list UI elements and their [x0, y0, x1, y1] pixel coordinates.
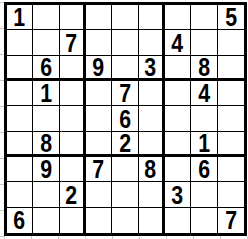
cell-r6c4[interactable] [86, 132, 112, 157]
given-digit: 3 [172, 182, 184, 207]
cell-r9c1[interactable]: 6 [7, 208, 33, 233]
cell-r2c3[interactable]: 7 [60, 30, 86, 55]
cell-r2c1[interactable] [7, 30, 33, 55]
cell-r9c3[interactable] [60, 208, 86, 233]
cell-r9c7[interactable] [165, 208, 191, 233]
cell-r8c3[interactable]: 2 [60, 182, 86, 207]
given-digit: 6 [40, 56, 52, 80]
cell-r2c4[interactable] [86, 30, 112, 55]
cell-r5c5[interactable]: 6 [112, 106, 138, 131]
cell-r7c5[interactable] [112, 157, 138, 182]
cell-r6c2[interactable]: 8 [33, 132, 59, 157]
cell-r7c8[interactable]: 6 [191, 157, 217, 182]
cell-r1c5[interactable] [112, 5, 138, 30]
cell-r2c9[interactable] [218, 30, 244, 55]
margin-tick [139, 236, 140, 239]
cell-r8c8[interactable] [191, 182, 217, 207]
cell-r2c7[interactable]: 4 [165, 30, 191, 55]
given-digit: 9 [93, 56, 105, 80]
cell-r7c7[interactable] [165, 157, 191, 182]
cell-r2c2[interactable] [33, 30, 59, 55]
cell-r9c4[interactable] [86, 208, 112, 233]
cell-r4c7[interactable] [165, 81, 191, 106]
cell-r2c6[interactable] [139, 30, 165, 55]
given-digit: 2 [119, 132, 131, 156]
given-digit: 6 [119, 106, 131, 131]
cell-r4c9[interactable] [218, 81, 244, 106]
given-digit: 5 [225, 5, 237, 30]
margin-tick [85, 236, 86, 239]
cell-r4c2[interactable]: 1 [33, 81, 59, 106]
given-digit: 8 [40, 132, 52, 156]
cell-r5c2[interactable] [33, 106, 59, 131]
cell-r3c4[interactable]: 9 [86, 56, 112, 81]
cell-r1c1[interactable]: 1 [7, 5, 33, 30]
margin-tick [0, 80, 4, 81]
given-digit: 9 [40, 157, 52, 182]
cell-r4c3[interactable] [60, 81, 86, 106]
given-digit: 8 [144, 157, 156, 182]
cell-r1c9[interactable]: 5 [218, 5, 244, 30]
cell-r1c6[interactable] [139, 5, 165, 30]
given-digit: 1 [198, 132, 210, 156]
cell-r4c8[interactable]: 4 [191, 81, 217, 106]
cell-r7c2[interactable]: 9 [33, 157, 59, 182]
cell-r9c9[interactable]: 7 [218, 208, 244, 233]
cell-r6c1[interactable] [7, 132, 33, 157]
cell-r7c1[interactable] [7, 157, 33, 182]
given-digit: 6 [14, 208, 26, 233]
cell-r3c8[interactable]: 8 [191, 56, 217, 81]
given-digit: 8 [198, 56, 210, 80]
cell-r5c6[interactable] [139, 106, 165, 131]
cell-r3c3[interactable] [60, 56, 86, 81]
margin-tick [58, 236, 59, 239]
sudoku-puzzle: 15746938174682197862367 [0, 0, 248, 239]
margin-tick [193, 236, 194, 239]
margin-tick [4, 236, 5, 239]
cell-r5c7[interactable] [165, 106, 191, 131]
cell-r6c7[interactable] [165, 132, 191, 157]
cell-r5c1[interactable] [7, 106, 33, 131]
cell-r3c1[interactable] [7, 56, 33, 81]
given-digit: 4 [172, 30, 184, 55]
cell-r9c6[interactable] [139, 208, 165, 233]
cell-r8c6[interactable] [139, 182, 165, 207]
given-digit: 3 [144, 56, 156, 80]
given-digit: 7 [225, 208, 237, 233]
cell-r4c4[interactable] [86, 81, 112, 106]
cell-r1c2[interactable] [33, 5, 59, 30]
cell-r6c6[interactable] [139, 132, 165, 157]
cell-r8c7[interactable]: 3 [165, 182, 191, 207]
cell-r4c6[interactable] [139, 81, 165, 106]
cell-r6c9[interactable] [218, 132, 244, 157]
given-digit: 6 [198, 157, 210, 182]
margin-tick [0, 210, 4, 211]
cell-r8c2[interactable] [33, 182, 59, 207]
margin-tick [247, 236, 248, 239]
sudoku-board: 15746938174682197862367 [4, 2, 247, 236]
margin-tick [31, 236, 32, 239]
cell-r4c1[interactable] [7, 81, 33, 106]
margin-tick [0, 184, 4, 185]
cell-r8c1[interactable] [7, 182, 33, 207]
cell-r5c8[interactable] [191, 106, 217, 131]
margin-tick [0, 236, 4, 237]
given-digit: 1 [14, 5, 26, 30]
cell-r9c5[interactable] [112, 208, 138, 233]
given-digit: 7 [93, 157, 105, 182]
cell-r1c8[interactable] [191, 5, 217, 30]
margin-tick [0, 28, 4, 29]
given-digit: 2 [65, 182, 77, 207]
cell-r7c9[interactable] [218, 157, 244, 182]
cell-r7c6[interactable]: 8 [139, 157, 165, 182]
cell-r5c4[interactable] [86, 106, 112, 131]
given-digit: 1 [40, 81, 52, 106]
margin-tick [0, 2, 4, 3]
cell-r2c8[interactable] [191, 30, 217, 55]
cell-r6c3[interactable] [60, 132, 86, 157]
cell-r3c9[interactable] [218, 56, 244, 81]
margin-tick [166, 236, 167, 239]
given-digit: 7 [119, 81, 131, 106]
cell-r1c7[interactable] [165, 5, 191, 30]
cell-r7c3[interactable] [60, 157, 86, 182]
cell-r6c5[interactable]: 2 [112, 132, 138, 157]
margin-tick [0, 54, 4, 55]
cell-r3c5[interactable] [112, 56, 138, 81]
cell-r1c4[interactable] [86, 5, 112, 30]
cell-r8c4[interactable] [86, 182, 112, 207]
cell-r8c9[interactable] [218, 182, 244, 207]
cell-r3c2[interactable]: 6 [33, 56, 59, 81]
cell-r4c5[interactable]: 7 [112, 81, 138, 106]
given-digit: 4 [198, 81, 210, 106]
margin-tick [112, 236, 113, 239]
margin-tick [0, 106, 4, 107]
margin-tick [220, 236, 221, 239]
cell-r9c8[interactable] [191, 208, 217, 233]
cell-r3c6[interactable]: 3 [139, 56, 165, 81]
cell-r7c4[interactable]: 7 [86, 157, 112, 182]
cell-r1c3[interactable] [60, 5, 86, 30]
cell-r3c7[interactable] [165, 56, 191, 81]
cell-r8c5[interactable] [112, 182, 138, 207]
margin-tick [0, 132, 4, 133]
cell-r5c9[interactable] [218, 106, 244, 131]
cell-r9c2[interactable] [33, 208, 59, 233]
cell-r2c5[interactable] [112, 30, 138, 55]
given-digit: 7 [65, 30, 77, 55]
cell-r5c3[interactable] [60, 106, 86, 131]
cell-r6c8[interactable]: 1 [191, 132, 217, 157]
margin-tick [0, 158, 4, 159]
